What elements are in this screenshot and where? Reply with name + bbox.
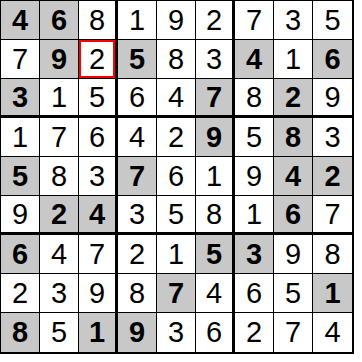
cell-r8c4[interactable]: 8: [118, 274, 157, 313]
cell-r7c3[interactable]: 7: [79, 235, 118, 274]
sudoku-board: 4681927357925834163156478291764295835837…: [0, 0, 354, 354]
cell-r5c4[interactable]: 7: [118, 157, 157, 196]
cell-r4c4[interactable]: 4: [118, 118, 157, 157]
cell-r5c1[interactable]: 5: [1, 157, 40, 196]
cell-r6c5[interactable]: 5: [157, 196, 196, 235]
cell-r3c8[interactable]: 2: [274, 79, 313, 118]
cell-r2c5[interactable]: 8: [157, 40, 196, 79]
cell-r2c9[interactable]: 6: [313, 40, 352, 79]
cell-r7c2[interactable]: 4: [40, 235, 79, 274]
cell-r8c5[interactable]: 7: [157, 274, 196, 313]
cell-r6c1[interactable]: 9: [1, 196, 40, 235]
cell-r3c5[interactable]: 4: [157, 79, 196, 118]
cell-r1c6[interactable]: 2: [196, 1, 235, 40]
cell-r3c3[interactable]: 5: [79, 79, 118, 118]
cell-r9c5[interactable]: 3: [157, 313, 196, 352]
cell-r5c3[interactable]: 3: [79, 157, 118, 196]
cell-r3c1[interactable]: 3: [1, 79, 40, 118]
cell-r6c8[interactable]: 6: [274, 196, 313, 235]
cell-r1c4[interactable]: 1: [118, 1, 157, 40]
cell-r7c4[interactable]: 2: [118, 235, 157, 274]
cell-r4c5[interactable]: 2: [157, 118, 196, 157]
cell-r5c9[interactable]: 2: [313, 157, 352, 196]
cell-r7c6[interactable]: 5: [196, 235, 235, 274]
cell-r2c4[interactable]: 5: [118, 40, 157, 79]
cell-r6c2[interactable]: 2: [40, 196, 79, 235]
cell-r1c3[interactable]: 8: [79, 1, 118, 40]
cell-r8c3[interactable]: 9: [79, 274, 118, 313]
cell-r8c7[interactable]: 6: [235, 274, 274, 313]
cell-r5c2[interactable]: 8: [40, 157, 79, 196]
cell-r4c2[interactable]: 7: [40, 118, 79, 157]
cell-r1c5[interactable]: 9: [157, 1, 196, 40]
cell-r6c9[interactable]: 7: [313, 196, 352, 235]
cell-r4c7[interactable]: 5: [235, 118, 274, 157]
cell-r7c9[interactable]: 8: [313, 235, 352, 274]
cell-r6c3[interactable]: 4: [79, 196, 118, 235]
cell-r1c1[interactable]: 4: [1, 1, 40, 40]
cell-r9c2[interactable]: 5: [40, 313, 79, 352]
cell-r8c6[interactable]: 4: [196, 274, 235, 313]
cell-r3c6[interactable]: 7: [196, 79, 235, 118]
cell-r8c1[interactable]: 2: [1, 274, 40, 313]
cell-r2c1[interactable]: 7: [1, 40, 40, 79]
cell-r7c5[interactable]: 1: [157, 235, 196, 274]
page: 4681927357925834163156478291764295835837…: [0, 0, 362, 362]
cell-r4c9[interactable]: 3: [313, 118, 352, 157]
cell-r9c7[interactable]: 2: [235, 313, 274, 352]
cell-r6c4[interactable]: 3: [118, 196, 157, 235]
cell-r4c8[interactable]: 8: [274, 118, 313, 157]
cell-r9c8[interactable]: 7: [274, 313, 313, 352]
cell-r3c2[interactable]: 1: [40, 79, 79, 118]
cell-r1c2[interactable]: 6: [40, 1, 79, 40]
cell-r1c9[interactable]: 5: [313, 1, 352, 40]
cell-r3c4[interactable]: 6: [118, 79, 157, 118]
cell-r2c7[interactable]: 4: [235, 40, 274, 79]
cell-r7c8[interactable]: 9: [274, 235, 313, 274]
cell-r7c1[interactable]: 6: [1, 235, 40, 274]
cell-r3c9[interactable]: 9: [313, 79, 352, 118]
cell-r5c7[interactable]: 9: [235, 157, 274, 196]
cell-r5c5[interactable]: 6: [157, 157, 196, 196]
cell-r4c6[interactable]: 9: [196, 118, 235, 157]
cell-r2c8[interactable]: 1: [274, 40, 313, 79]
cell-r8c9[interactable]: 1: [313, 274, 352, 313]
cell-r1c8[interactable]: 3: [274, 1, 313, 40]
cell-r4c1[interactable]: 1: [1, 118, 40, 157]
cell-r8c8[interactable]: 5: [274, 274, 313, 313]
cell-r9c4[interactable]: 9: [118, 313, 157, 352]
cell-r9c3[interactable]: 1: [79, 313, 118, 352]
cell-r6c7[interactable]: 1: [235, 196, 274, 235]
cell-r1c7[interactable]: 7: [235, 1, 274, 40]
cell-r6c6[interactable]: 8: [196, 196, 235, 235]
cell-r9c6[interactable]: 6: [196, 313, 235, 352]
cell-r3c7[interactable]: 8: [235, 79, 274, 118]
cell-r5c8[interactable]: 4: [274, 157, 313, 196]
cell-r4c3[interactable]: 6: [79, 118, 118, 157]
cell-r8c2[interactable]: 3: [40, 274, 79, 313]
cell-r2c6[interactable]: 3: [196, 40, 235, 79]
cell-r2c2[interactable]: 9: [40, 40, 79, 79]
cell-r2c3[interactable]: 2: [79, 40, 118, 79]
cell-r5c6[interactable]: 1: [196, 157, 235, 196]
cell-r9c1[interactable]: 8: [1, 313, 40, 352]
cell-r7c7[interactable]: 3: [235, 235, 274, 274]
cell-r9c9[interactable]: 4: [313, 313, 352, 352]
